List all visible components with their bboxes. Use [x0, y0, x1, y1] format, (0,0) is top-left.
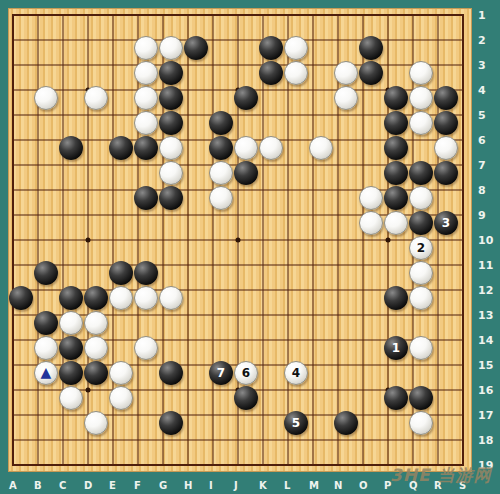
row-label-14: 14 [478, 335, 493, 346]
white-stone-C13[interactable] [59, 311, 83, 335]
black-stone-Q9[interactable] [409, 211, 433, 235]
row-label-15: 15 [478, 360, 493, 371]
star-point [386, 238, 391, 243]
white-stone-F2[interactable] [134, 36, 158, 60]
black-stone-L17[interactable]: 5 [284, 411, 308, 435]
black-stone-P4[interactable] [384, 86, 408, 110]
row-label-5: 5 [478, 110, 486, 121]
white-stone-O9[interactable] [359, 211, 383, 235]
star-point [236, 238, 241, 243]
go-board-frame: 321▲7645 12345678910111213141516171819 A… [0, 0, 500, 494]
row-label-2: 2 [478, 35, 486, 46]
black-stone-J16[interactable] [234, 386, 258, 410]
white-stone-N3[interactable] [334, 61, 358, 85]
col-label-C: C [59, 481, 66, 491]
black-stone-F11[interactable] [134, 261, 158, 285]
col-label-A: A [9, 481, 17, 491]
white-stone-F12[interactable] [134, 286, 158, 310]
black-stone-E11[interactable] [109, 261, 133, 285]
col-label-O: O [359, 481, 368, 491]
white-stone-B15[interactable]: ▲ [34, 361, 58, 385]
col-label-J: J [234, 481, 238, 491]
white-stone-Q3[interactable] [409, 61, 433, 85]
white-stone-D14[interactable] [84, 336, 108, 360]
white-stone-Q14[interactable] [409, 336, 433, 360]
black-stone-P14[interactable]: 1 [384, 336, 408, 360]
black-stone-O3[interactable] [359, 61, 383, 85]
col-label-D: D [84, 481, 92, 491]
black-stone-C12[interactable] [59, 286, 83, 310]
black-stone-P12[interactable] [384, 286, 408, 310]
col-label-K: K [259, 481, 267, 491]
move-number: 3 [442, 217, 450, 229]
white-stone-I7[interactable] [209, 161, 233, 185]
black-stone-I6[interactable] [209, 136, 233, 160]
black-stone-R7[interactable] [434, 161, 458, 185]
black-stone-J7[interactable] [234, 161, 258, 185]
black-stone-K3[interactable] [259, 61, 283, 85]
black-stone-R9[interactable]: 3 [434, 211, 458, 235]
col-label-F: F [134, 481, 141, 491]
white-stone-E16[interactable] [109, 386, 133, 410]
star-point [86, 388, 91, 393]
white-stone-D4[interactable] [84, 86, 108, 110]
white-stone-M6[interactable] [309, 136, 333, 160]
white-stone-Q11[interactable] [409, 261, 433, 285]
white-stone-Q8[interactable] [409, 186, 433, 210]
white-stone-E15[interactable] [109, 361, 133, 385]
white-stone-G7[interactable] [159, 161, 183, 185]
white-stone-G12[interactable] [159, 286, 183, 310]
col-label-M: M [309, 481, 319, 491]
black-stone-I5[interactable] [209, 111, 233, 135]
white-stone-L2[interactable] [284, 36, 308, 60]
move-number: 1 [392, 342, 400, 354]
black-stone-G8[interactable] [159, 186, 183, 210]
white-stone-F14[interactable] [134, 336, 158, 360]
row-label-6: 6 [478, 135, 486, 146]
white-stone-R6[interactable] [434, 136, 458, 160]
black-stone-B13[interactable] [34, 311, 58, 335]
black-stone-I15[interactable]: 7 [209, 361, 233, 385]
col-label-N: N [334, 481, 342, 491]
star-point [86, 238, 91, 243]
row-label-18: 18 [478, 435, 493, 446]
white-stone-D13[interactable] [84, 311, 108, 335]
row-label-17: 17 [478, 410, 493, 421]
white-stone-Q12[interactable] [409, 286, 433, 310]
white-stone-G6[interactable] [159, 136, 183, 160]
white-stone-P9[interactable] [384, 211, 408, 235]
row-label-11: 11 [478, 260, 493, 271]
black-stone-F6[interactable] [134, 136, 158, 160]
move-number: 6 [242, 367, 250, 379]
black-stone-C14[interactable] [59, 336, 83, 360]
row-label-7: 7 [478, 160, 486, 171]
black-stone-H2[interactable] [184, 36, 208, 60]
black-stone-G5[interactable] [159, 111, 183, 135]
move-number: 2 [417, 242, 425, 254]
white-stone-J15[interactable]: 6 [234, 361, 258, 385]
black-stone-E6[interactable] [109, 136, 133, 160]
black-stone-N17[interactable] [334, 411, 358, 435]
triangle-marker-icon: ▲ [41, 365, 52, 379]
row-label-10: 10 [478, 235, 493, 246]
white-stone-C16[interactable] [59, 386, 83, 410]
white-stone-I8[interactable] [209, 186, 233, 210]
black-stone-D12[interactable] [84, 286, 108, 310]
watermark: 3HE 当游网 [390, 464, 500, 487]
black-stone-B11[interactable] [34, 261, 58, 285]
col-label-H: H [184, 481, 192, 491]
white-stone-L15[interactable]: 4 [284, 361, 308, 385]
white-stone-L3[interactable] [284, 61, 308, 85]
white-stone-N4[interactable] [334, 86, 358, 110]
black-stone-K2[interactable] [259, 36, 283, 60]
white-stone-K6[interactable] [259, 136, 283, 160]
white-stone-E12[interactable] [109, 286, 133, 310]
col-label-I: I [209, 481, 213, 491]
white-stone-D17[interactable] [84, 411, 108, 435]
white-stone-F3[interactable] [134, 61, 158, 85]
black-stone-G3[interactable] [159, 61, 183, 85]
row-label-4: 4 [478, 85, 486, 96]
row-label-13: 13 [478, 310, 493, 321]
move-number: 4 [292, 367, 300, 379]
black-stone-A12[interactable] [9, 286, 33, 310]
white-stone-Q4[interactable] [409, 86, 433, 110]
black-stone-J4[interactable] [234, 86, 258, 110]
row-label-12: 12 [478, 285, 493, 296]
white-stone-G2[interactable] [159, 36, 183, 60]
row-label-3: 3 [478, 60, 486, 71]
move-number: 7 [217, 367, 225, 379]
black-stone-C6[interactable] [59, 136, 83, 160]
white-stone-F5[interactable] [134, 111, 158, 135]
black-stone-G17[interactable] [159, 411, 183, 435]
black-stone-P5[interactable] [384, 111, 408, 135]
col-label-L: L [284, 481, 290, 491]
go-board[interactable]: 321▲7645 [8, 8, 472, 472]
white-stone-Q5[interactable] [409, 111, 433, 135]
black-stone-F8[interactable] [134, 186, 158, 210]
black-stone-G4[interactable] [159, 86, 183, 110]
white-stone-Q17[interactable] [409, 411, 433, 435]
row-label-16: 16 [478, 385, 493, 396]
white-stone-F4[interactable] [134, 86, 158, 110]
row-label-9: 9 [478, 210, 486, 221]
col-label-B: B [34, 481, 42, 491]
black-stone-G15[interactable] [159, 361, 183, 385]
black-stone-Q7[interactable] [409, 161, 433, 185]
black-stone-R4[interactable] [434, 86, 458, 110]
white-stone-J6[interactable] [234, 136, 258, 160]
col-label-G: G [159, 481, 167, 491]
row-label-1: 1 [478, 10, 486, 21]
black-stone-P6[interactable] [384, 136, 408, 160]
white-stone-B14[interactable] [34, 336, 58, 360]
black-stone-R5[interactable] [434, 111, 458, 135]
black-stone-Q16[interactable] [409, 386, 433, 410]
white-stone-Q10[interactable]: 2 [409, 236, 433, 260]
black-stone-P8[interactable] [384, 186, 408, 210]
black-stone-P16[interactable] [384, 386, 408, 410]
black-stone-P7[interactable] [384, 161, 408, 185]
white-stone-B4[interactable] [34, 86, 58, 110]
move-number: 5 [292, 417, 300, 429]
black-stone-D15[interactable] [84, 361, 108, 385]
row-label-8: 8 [478, 185, 486, 196]
col-label-E: E [109, 481, 116, 491]
black-stone-C15[interactable] [59, 361, 83, 385]
white-stone-O8[interactable] [359, 186, 383, 210]
black-stone-O2[interactable] [359, 36, 383, 60]
